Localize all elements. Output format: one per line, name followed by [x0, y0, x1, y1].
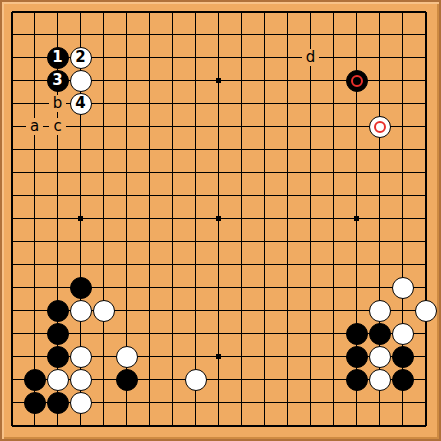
intersection	[184, 230, 207, 253]
intersection	[46, 207, 69, 230]
grid-line-v	[402, 115, 403, 138]
intersection	[368, 184, 391, 207]
intersection	[69, 161, 92, 184]
grid-line-v	[333, 414, 334, 426]
grid-line-v	[379, 12, 380, 24]
grid-line-v	[80, 138, 81, 161]
grid-line-v	[172, 345, 173, 368]
intersection	[115, 161, 138, 184]
intersection	[414, 0, 437, 23]
intersection	[161, 414, 184, 437]
point-label: c	[53, 119, 61, 134]
intersection	[368, 0, 391, 23]
grid-line-v	[195, 184, 196, 207]
intersection	[299, 414, 322, 437]
grid-line-v	[11, 184, 13, 207]
intersection	[230, 276, 253, 299]
intersection	[92, 46, 115, 69]
intersection	[299, 345, 322, 368]
grid-line-v	[241, 92, 242, 115]
grid-line-v	[241, 322, 242, 345]
intersection	[414, 46, 437, 69]
grid-line-v	[356, 92, 357, 115]
intersection	[138, 253, 161, 276]
grid-line-v	[103, 414, 104, 426]
grid-line-v	[425, 92, 427, 115]
intersection	[207, 115, 230, 138]
grid-line-v	[333, 46, 334, 69]
intersection	[46, 276, 69, 299]
grid-line-v	[195, 414, 196, 426]
intersection	[368, 345, 391, 368]
grid-line-v	[241, 230, 242, 253]
intersection	[230, 92, 253, 115]
intersection	[276, 414, 299, 437]
intersection: 2	[69, 46, 92, 69]
move-number: 4	[75, 96, 85, 111]
grid-line-v	[264, 115, 265, 138]
grid-line-v	[287, 115, 288, 138]
grid-line-v	[402, 207, 403, 230]
intersection	[46, 0, 69, 23]
grid-line-v	[310, 138, 311, 161]
black-stone	[346, 346, 368, 368]
intersection	[391, 69, 414, 92]
go-board: 12d3b4ac	[0, 0, 441, 441]
intersection	[184, 184, 207, 207]
intersection	[299, 391, 322, 414]
intersection	[345, 138, 368, 161]
grid-line-v	[11, 69, 13, 92]
grid-line-v	[218, 115, 219, 138]
grid-line-v	[126, 115, 127, 138]
grid-line-v	[126, 92, 127, 115]
intersection	[115, 391, 138, 414]
intersection	[0, 184, 23, 207]
intersection	[115, 115, 138, 138]
grid-line-v	[149, 299, 150, 322]
intersection	[161, 115, 184, 138]
grid-line-v	[80, 322, 81, 345]
intersection	[138, 92, 161, 115]
grid-line-v	[149, 69, 150, 92]
intersection	[184, 322, 207, 345]
grid-line-v	[218, 253, 219, 276]
intersection	[299, 253, 322, 276]
intersection	[368, 414, 391, 437]
grid-line-v	[379, 92, 380, 115]
intersection	[184, 161, 207, 184]
grid-line-v	[264, 391, 265, 414]
white-stone	[392, 323, 414, 345]
grid-line-v	[425, 276, 427, 299]
grid-line-v	[218, 92, 219, 115]
label-patch: a	[26, 118, 43, 135]
grid-line-h	[12, 34, 24, 35]
label-patch: c	[49, 118, 66, 135]
intersection	[46, 138, 69, 161]
intersection	[0, 368, 23, 391]
intersection	[207, 23, 230, 46]
intersection	[161, 23, 184, 46]
grid-line-v	[195, 207, 196, 230]
intersection	[414, 391, 437, 414]
intersection	[0, 92, 23, 115]
grid-line-v	[172, 322, 173, 345]
intersection	[161, 46, 184, 69]
grid-line-v	[402, 253, 403, 276]
grid-line-v	[425, 46, 427, 69]
intersection	[115, 184, 138, 207]
intersection	[138, 184, 161, 207]
grid-line-v	[425, 23, 427, 46]
grid-line-v	[34, 69, 35, 92]
grid-line-v	[379, 276, 380, 299]
grid-line-v	[333, 207, 334, 230]
black-stone	[392, 346, 414, 368]
grid-line-v	[241, 368, 242, 391]
intersection	[345, 276, 368, 299]
grid-line-v	[126, 69, 127, 92]
grid-line-v	[425, 368, 427, 391]
intersection	[92, 391, 115, 414]
grid-line-v	[264, 23, 265, 46]
black-stone	[346, 323, 368, 345]
intersection	[46, 322, 69, 345]
intersection	[46, 184, 69, 207]
intersection	[92, 115, 115, 138]
grid-line-v	[149, 230, 150, 253]
grid-line-v	[356, 253, 357, 276]
red-circle-mark-icon	[351, 75, 363, 87]
intersection	[115, 230, 138, 253]
grid-line-v	[333, 368, 334, 391]
intersection	[69, 322, 92, 345]
intersection	[414, 345, 437, 368]
grid-line-v	[356, 46, 357, 69]
intersection	[368, 23, 391, 46]
grid-line-v	[11, 299, 13, 322]
intersection	[184, 391, 207, 414]
intersection	[207, 138, 230, 161]
intersection	[23, 138, 46, 161]
grid-line-v	[103, 115, 104, 138]
grid-line-v	[402, 161, 403, 184]
white-stone	[70, 392, 92, 414]
intersection	[391, 230, 414, 253]
grid-line-v	[425, 230, 427, 253]
grid-line-v	[103, 46, 104, 69]
grid-line-v	[103, 253, 104, 276]
intersection	[161, 322, 184, 345]
grid-line-v	[218, 276, 219, 299]
grid-line-v	[103, 69, 104, 92]
grid-line-v	[310, 391, 311, 414]
grid-line-v	[287, 161, 288, 184]
grid-line-v	[425, 414, 427, 426]
intersection	[115, 92, 138, 115]
grid-line-v	[80, 115, 81, 138]
grid-line-v	[103, 138, 104, 161]
grid-line-h	[12, 241, 24, 242]
red-circle-mark-icon	[374, 121, 386, 133]
grid-line-v	[264, 184, 265, 207]
intersection	[23, 253, 46, 276]
grid-line-v	[264, 345, 265, 368]
intersection	[276, 345, 299, 368]
intersection	[46, 299, 69, 322]
grid-line-v	[126, 391, 127, 414]
intersection	[368, 276, 391, 299]
intersection	[230, 345, 253, 368]
intersection	[207, 46, 230, 69]
grid-line-v	[287, 414, 288, 426]
grid-line-v	[149, 207, 150, 230]
grid-line-v	[241, 69, 242, 92]
grid-line-v	[264, 368, 265, 391]
intersection	[92, 253, 115, 276]
intersection	[253, 322, 276, 345]
grid-line-v	[126, 253, 127, 276]
grid-line-v	[195, 46, 196, 69]
intersection	[69, 23, 92, 46]
grid-line-v	[218, 161, 219, 184]
grid-line-v	[34, 253, 35, 276]
grid-line-v	[172, 138, 173, 161]
grid-line-v	[287, 12, 288, 24]
intersection	[322, 230, 345, 253]
intersection	[92, 161, 115, 184]
intersection	[23, 230, 46, 253]
grid-line-v	[356, 161, 357, 184]
intersection: c	[46, 115, 69, 138]
intersection	[115, 276, 138, 299]
intersection	[23, 299, 46, 322]
grid-line-v	[103, 276, 104, 299]
intersection	[368, 299, 391, 322]
grid-line-v	[333, 115, 334, 138]
grid-line-v	[310, 115, 311, 138]
grid-line-v	[172, 368, 173, 391]
intersection	[253, 391, 276, 414]
grid-line-v	[356, 23, 357, 46]
intersection	[115, 345, 138, 368]
grid-line-v	[11, 253, 13, 276]
intersection	[230, 207, 253, 230]
grid-line-v	[126, 184, 127, 207]
intersection	[0, 0, 23, 23]
intersection	[391, 299, 414, 322]
grid-line-v	[241, 161, 242, 184]
grid-line-h	[12, 126, 24, 127]
grid-line-v	[172, 69, 173, 92]
intersection	[414, 322, 437, 345]
grid-line-v	[57, 23, 58, 46]
intersection	[345, 299, 368, 322]
grid-line-v	[310, 299, 311, 322]
intersection	[322, 253, 345, 276]
white-stone	[70, 70, 92, 92]
grid-line-v	[57, 276, 58, 299]
grid-line-v	[103, 322, 104, 345]
white-stone	[116, 346, 138, 368]
grid-line-v	[195, 299, 196, 322]
grid-line-v	[333, 23, 334, 46]
grid-line-v	[218, 391, 219, 414]
grid-line-v	[425, 253, 427, 276]
intersection	[161, 138, 184, 161]
grid-line-v	[425, 161, 427, 184]
grid-line-v	[34, 161, 35, 184]
intersection	[115, 138, 138, 161]
intersection	[161, 184, 184, 207]
grid-line-v	[356, 230, 357, 253]
white-stone	[415, 300, 437, 322]
intersection	[230, 391, 253, 414]
grid-line-v	[172, 299, 173, 322]
grid-line-v	[172, 184, 173, 207]
intersection	[345, 23, 368, 46]
intersection	[276, 115, 299, 138]
intersection: b	[46, 92, 69, 115]
grid-line-h	[12, 379, 24, 380]
grid-line-h	[12, 195, 24, 196]
point-label: b	[53, 96, 63, 111]
black-stone	[47, 346, 69, 368]
intersection	[207, 230, 230, 253]
intersection	[322, 69, 345, 92]
intersection	[391, 138, 414, 161]
intersection	[276, 391, 299, 414]
grid-line-v	[195, 230, 196, 253]
intersection	[0, 161, 23, 184]
intersection	[253, 368, 276, 391]
intersection	[414, 299, 437, 322]
intersection	[391, 322, 414, 345]
intersection	[322, 184, 345, 207]
intersection	[46, 368, 69, 391]
grid-line-v	[402, 12, 403, 24]
grid-line-v	[333, 12, 334, 24]
intersection	[230, 23, 253, 46]
grid-line-v	[195, 69, 196, 92]
grid-line-h	[12, 425, 24, 427]
intersection	[23, 322, 46, 345]
intersection	[276, 0, 299, 23]
intersection	[23, 92, 46, 115]
grid-line-v	[11, 391, 13, 414]
grid-line-v	[264, 299, 265, 322]
intersection	[23, 368, 46, 391]
intersection	[138, 138, 161, 161]
grid-line-v	[241, 299, 242, 322]
grid-line-v	[149, 253, 150, 276]
intersection	[207, 253, 230, 276]
grid-line-v	[11, 207, 13, 230]
intersection	[0, 391, 23, 414]
grid-line-v	[287, 345, 288, 368]
intersection	[138, 276, 161, 299]
intersection	[322, 207, 345, 230]
intersection	[92, 138, 115, 161]
intersection	[184, 207, 207, 230]
intersection	[322, 161, 345, 184]
move-number: 2	[75, 50, 85, 65]
intersection	[69, 138, 92, 161]
grid-line-v	[287, 23, 288, 46]
grid-line-v	[126, 12, 127, 24]
intersection	[115, 207, 138, 230]
grid-line-v	[80, 230, 81, 253]
intersection	[207, 0, 230, 23]
intersection	[391, 92, 414, 115]
grid-line-h	[12, 310, 24, 311]
grid-line-v	[57, 207, 58, 230]
grid-line-v	[80, 23, 81, 46]
intersection	[46, 161, 69, 184]
grid-line-v	[34, 276, 35, 299]
grid-line-v	[379, 207, 380, 230]
intersection	[414, 368, 437, 391]
grid-line-v	[80, 161, 81, 184]
intersection	[414, 92, 437, 115]
black-stone: 3	[47, 70, 69, 92]
grid-line-v	[310, 69, 311, 92]
intersection	[299, 92, 322, 115]
intersection	[253, 69, 276, 92]
intersection	[138, 69, 161, 92]
grid-line-v	[356, 276, 357, 299]
intersection	[207, 322, 230, 345]
grid-line-v	[264, 138, 265, 161]
grid-line-v	[218, 322, 219, 345]
intersection	[414, 23, 437, 46]
grid-line-h	[12, 333, 24, 334]
grid-line-v	[172, 253, 173, 276]
intersection	[230, 184, 253, 207]
black-stone	[346, 369, 368, 391]
white-stone	[369, 346, 391, 368]
intersection	[0, 138, 23, 161]
intersection	[345, 184, 368, 207]
grid-line-v	[264, 46, 265, 69]
intersection	[161, 345, 184, 368]
grid-line-v	[11, 115, 13, 138]
board-grid: 12d3b4ac	[0, 0, 437, 437]
grid-line-v	[172, 414, 173, 426]
intersection	[184, 0, 207, 23]
intersection	[115, 0, 138, 23]
grid-line-v	[333, 138, 334, 161]
grid-line-v	[356, 414, 357, 426]
grid-line-v	[333, 276, 334, 299]
grid-line-v	[402, 414, 403, 426]
grid-line-v	[218, 138, 219, 161]
grid-line-v	[34, 414, 35, 426]
intersection	[368, 69, 391, 92]
grid-line-v	[287, 92, 288, 115]
intersection	[253, 23, 276, 46]
intersection	[368, 253, 391, 276]
grid-line-v	[149, 414, 150, 426]
black-stone	[47, 300, 69, 322]
grid-line-v	[103, 207, 104, 230]
grid-line-v	[149, 161, 150, 184]
intersection	[322, 115, 345, 138]
intersection	[253, 345, 276, 368]
grid-line-h	[12, 80, 24, 81]
grid-line-v	[172, 23, 173, 46]
